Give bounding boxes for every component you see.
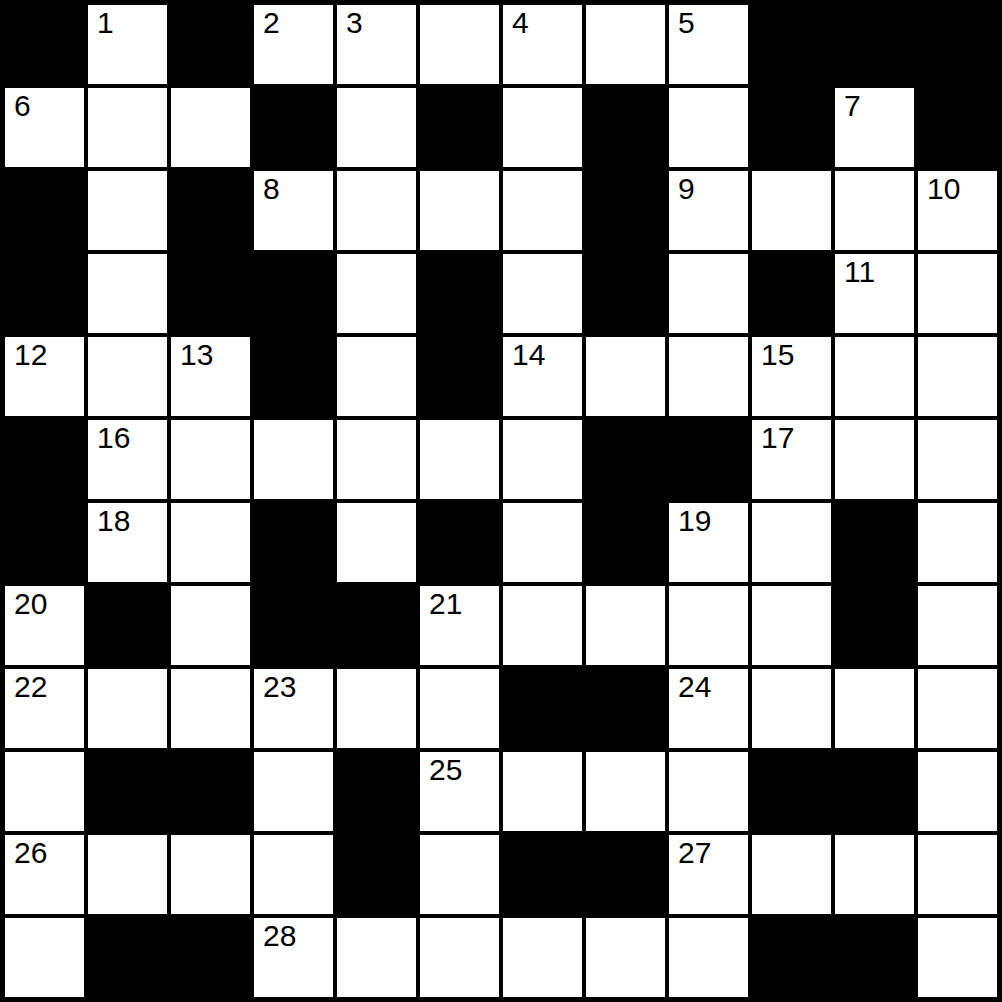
white-square[interactable] bbox=[918, 918, 997, 997]
black-square bbox=[752, 88, 831, 167]
white-square[interactable]: 4 bbox=[503, 5, 582, 84]
white-square[interactable] bbox=[88, 88, 167, 167]
white-square[interactable] bbox=[337, 420, 416, 499]
black-square bbox=[586, 254, 665, 333]
white-square[interactable] bbox=[337, 88, 416, 167]
black-square bbox=[171, 254, 250, 333]
white-square[interactable]: 18 bbox=[88, 503, 167, 582]
black-square bbox=[586, 171, 665, 250]
white-square[interactable]: 25 bbox=[420, 752, 499, 831]
black-square bbox=[5, 171, 84, 250]
white-square[interactable] bbox=[586, 918, 665, 997]
black-square bbox=[171, 918, 250, 997]
white-square[interactable] bbox=[88, 835, 167, 914]
black-square bbox=[835, 918, 914, 997]
clue-number: 28 bbox=[263, 921, 296, 951]
clue-number: 24 bbox=[678, 672, 711, 702]
white-square[interactable]: 21 bbox=[420, 586, 499, 665]
white-square[interactable] bbox=[503, 254, 582, 333]
white-square[interactable]: 16 bbox=[88, 420, 167, 499]
black-square bbox=[586, 88, 665, 167]
white-square[interactable] bbox=[918, 503, 997, 582]
white-square[interactable]: 17 bbox=[752, 420, 831, 499]
white-square[interactable]: 10 bbox=[918, 171, 997, 250]
black-square bbox=[752, 752, 831, 831]
black-square bbox=[5, 503, 84, 582]
white-square[interactable] bbox=[503, 420, 582, 499]
white-square[interactable] bbox=[835, 420, 914, 499]
white-square[interactable] bbox=[337, 669, 416, 748]
white-square[interactable]: 1 bbox=[88, 5, 167, 84]
white-square[interactable]: 6 bbox=[5, 88, 84, 167]
white-square[interactable] bbox=[254, 835, 333, 914]
white-square[interactable] bbox=[503, 752, 582, 831]
white-square[interactable] bbox=[171, 503, 250, 582]
white-square[interactable]: 2 bbox=[254, 5, 333, 84]
clue-number: 8 bbox=[263, 174, 280, 204]
black-square bbox=[5, 420, 84, 499]
clue-number: 10 bbox=[927, 174, 960, 204]
black-square bbox=[254, 254, 333, 333]
white-square[interactable] bbox=[669, 918, 748, 997]
black-square bbox=[752, 918, 831, 997]
black-square bbox=[5, 254, 84, 333]
black-square bbox=[171, 171, 250, 250]
white-square[interactable]: 8 bbox=[254, 171, 333, 250]
black-square bbox=[918, 88, 997, 167]
clue-number: 5 bbox=[678, 8, 695, 38]
black-square bbox=[420, 88, 499, 167]
white-square[interactable] bbox=[420, 835, 499, 914]
white-square[interactable] bbox=[918, 835, 997, 914]
clue-number: 15 bbox=[761, 340, 794, 370]
white-square[interactable] bbox=[337, 918, 416, 997]
clue-number: 16 bbox=[97, 423, 130, 453]
white-square[interactable] bbox=[752, 171, 831, 250]
white-square[interactable]: 3 bbox=[337, 5, 416, 84]
white-square[interactable]: 26 bbox=[5, 835, 84, 914]
white-square[interactable]: 15 bbox=[752, 337, 831, 416]
white-square[interactable] bbox=[503, 503, 582, 582]
white-square[interactable]: 27 bbox=[669, 835, 748, 914]
white-square[interactable] bbox=[752, 835, 831, 914]
white-square[interactable] bbox=[918, 752, 997, 831]
clue-number: 21 bbox=[429, 589, 462, 619]
clue-number: 6 bbox=[14, 91, 31, 121]
clue-number: 9 bbox=[678, 174, 695, 204]
clue-number: 18 bbox=[97, 506, 130, 536]
clue-number: 17 bbox=[761, 423, 794, 453]
white-square[interactable]: 14 bbox=[503, 337, 582, 416]
black-square bbox=[669, 420, 748, 499]
white-square[interactable]: 23 bbox=[254, 669, 333, 748]
clue-number: 27 bbox=[678, 838, 711, 868]
clue-number: 12 bbox=[14, 340, 47, 370]
white-square[interactable] bbox=[254, 752, 333, 831]
white-square[interactable] bbox=[88, 171, 167, 250]
clue-number: 11 bbox=[844, 257, 875, 287]
white-square[interactable] bbox=[5, 752, 84, 831]
white-square[interactable] bbox=[503, 586, 582, 665]
clue-number: 3 bbox=[346, 8, 363, 38]
white-square[interactable] bbox=[88, 669, 167, 748]
black-square bbox=[88, 752, 167, 831]
black-square bbox=[337, 835, 416, 914]
black-square bbox=[420, 254, 499, 333]
white-square[interactable]: 19 bbox=[669, 503, 748, 582]
black-square bbox=[586, 835, 665, 914]
black-square bbox=[254, 88, 333, 167]
white-square[interactable]: 11 bbox=[835, 254, 914, 333]
white-square[interactable] bbox=[918, 337, 997, 416]
white-square[interactable] bbox=[171, 835, 250, 914]
black-square bbox=[420, 337, 499, 416]
black-square bbox=[835, 503, 914, 582]
white-square[interactable] bbox=[503, 88, 582, 167]
black-square bbox=[835, 752, 914, 831]
white-square[interactable] bbox=[420, 420, 499, 499]
white-square[interactable] bbox=[752, 669, 831, 748]
clue-number: 25 bbox=[429, 755, 462, 785]
black-square bbox=[254, 586, 333, 665]
white-square[interactable] bbox=[337, 337, 416, 416]
white-square[interactable] bbox=[420, 5, 499, 84]
white-square[interactable] bbox=[503, 171, 582, 250]
clue-number: 26 bbox=[14, 838, 47, 868]
white-square[interactable] bbox=[586, 752, 665, 831]
clue-number: 23 bbox=[263, 672, 296, 702]
clue-number: 13 bbox=[180, 340, 213, 370]
white-square[interactable]: 20 bbox=[5, 586, 84, 665]
white-square[interactable] bbox=[752, 586, 831, 665]
black-square bbox=[918, 5, 997, 84]
clue-number: 2 bbox=[263, 8, 280, 38]
white-square[interactable] bbox=[669, 88, 748, 167]
white-square[interactable] bbox=[420, 171, 499, 250]
black-square bbox=[88, 918, 167, 997]
clue-number: 22 bbox=[14, 672, 47, 702]
white-square[interactable] bbox=[5, 918, 84, 997]
white-square[interactable]: 24 bbox=[669, 669, 748, 748]
crossword-grid: 1234567891011121314151617181920212223242… bbox=[0, 0, 1002, 1002]
black-square bbox=[171, 752, 250, 831]
white-square[interactable] bbox=[835, 669, 914, 748]
black-square bbox=[752, 5, 831, 84]
white-square[interactable] bbox=[88, 337, 167, 416]
white-square[interactable] bbox=[918, 586, 997, 665]
clue-number: 7 bbox=[844, 91, 861, 121]
white-square[interactable] bbox=[586, 337, 665, 416]
white-square[interactable] bbox=[586, 5, 665, 84]
white-square[interactable] bbox=[669, 586, 748, 665]
white-square[interactable] bbox=[669, 254, 748, 333]
black-square bbox=[254, 337, 333, 416]
black-square bbox=[337, 586, 416, 665]
white-square[interactable] bbox=[669, 752, 748, 831]
white-square[interactable] bbox=[586, 586, 665, 665]
black-square bbox=[586, 420, 665, 499]
black-square bbox=[586, 669, 665, 748]
clue-number: 4 bbox=[512, 8, 529, 38]
white-square[interactable]: 9 bbox=[669, 171, 748, 250]
black-square bbox=[503, 669, 582, 748]
white-square[interactable] bbox=[420, 669, 499, 748]
white-square[interactable] bbox=[171, 669, 250, 748]
white-square[interactable]: 22 bbox=[5, 669, 84, 748]
white-square[interactable] bbox=[918, 420, 997, 499]
white-square[interactable] bbox=[835, 337, 914, 416]
white-square[interactable]: 12 bbox=[5, 337, 84, 416]
clue-number: 1 bbox=[97, 8, 114, 38]
white-square[interactable] bbox=[835, 171, 914, 250]
white-square[interactable] bbox=[420, 918, 499, 997]
white-square[interactable] bbox=[337, 171, 416, 250]
clue-number: 19 bbox=[678, 506, 711, 536]
black-square bbox=[5, 5, 84, 84]
black-square bbox=[752, 254, 831, 333]
black-square bbox=[88, 586, 167, 665]
clue-number: 14 bbox=[512, 340, 545, 370]
black-square bbox=[254, 503, 333, 582]
black-square bbox=[586, 503, 665, 582]
white-square[interactable] bbox=[669, 337, 748, 416]
white-square[interactable] bbox=[171, 88, 250, 167]
white-square[interactable] bbox=[835, 835, 914, 914]
black-square bbox=[420, 503, 499, 582]
white-square[interactable]: 28 bbox=[254, 918, 333, 997]
white-square[interactable] bbox=[171, 420, 250, 499]
white-square[interactable] bbox=[254, 420, 333, 499]
clue-number: 20 bbox=[14, 589, 47, 619]
white-square[interactable] bbox=[503, 918, 582, 997]
white-square[interactable]: 7 bbox=[835, 88, 914, 167]
black-square bbox=[171, 5, 250, 84]
white-square[interactable] bbox=[171, 586, 250, 665]
black-square bbox=[835, 5, 914, 84]
white-square[interactable] bbox=[918, 254, 997, 333]
black-square bbox=[835, 586, 914, 665]
white-square[interactable]: 5 bbox=[669, 5, 748, 84]
white-square[interactable] bbox=[337, 254, 416, 333]
white-square[interactable] bbox=[918, 669, 997, 748]
white-square[interactable] bbox=[337, 503, 416, 582]
white-square[interactable] bbox=[752, 503, 831, 582]
white-square[interactable] bbox=[88, 254, 167, 333]
white-square[interactable]: 13 bbox=[171, 337, 250, 416]
black-square bbox=[503, 835, 582, 914]
black-square bbox=[337, 752, 416, 831]
